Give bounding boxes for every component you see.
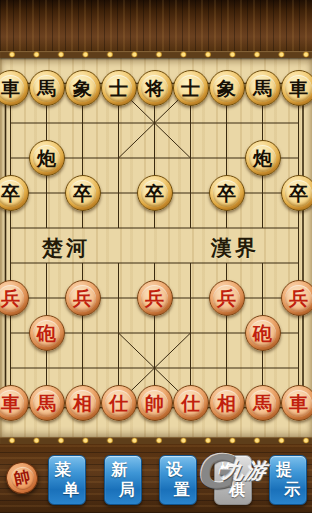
- piece-face: 兵: [0, 285, 24, 312]
- piece-glyph: 卒: [289, 184, 308, 203]
- button-label-char: 设: [166, 461, 182, 479]
- piece-face: 将: [141, 75, 168, 102]
- turn-indicator-face: 帥: [8, 464, 35, 491]
- piece-black-general[interactable]: 将: [137, 70, 173, 106]
- piece-face: 砲: [33, 320, 60, 347]
- piece-face: 兵: [213, 285, 240, 312]
- piece-face: 象: [213, 75, 240, 102]
- piece-glyph: 炮: [253, 149, 272, 168]
- piece-face: 兵: [69, 285, 96, 312]
- piece-glyph: 馬: [253, 79, 272, 98]
- piece-black-chariot[interactable]: 車: [281, 70, 313, 106]
- piece-face: 卒: [0, 180, 24, 207]
- piece-face: 卒: [213, 180, 240, 207]
- piece-face: 帥: [141, 390, 168, 417]
- menu-button[interactable]: 菜单: [48, 455, 86, 505]
- piece-red-general[interactable]: 帥: [137, 385, 173, 421]
- piece-red-chariot[interactable]: 車: [281, 385, 313, 421]
- button-label-char: 棋: [229, 481, 245, 499]
- piece-glyph: 士: [181, 79, 200, 98]
- piece-black-elephant[interactable]: 象: [65, 70, 101, 106]
- piece-glyph: 士: [109, 79, 128, 98]
- piece-face: 馬: [249, 390, 276, 417]
- piece-red-advisor[interactable]: 仕: [101, 385, 137, 421]
- piece-glyph: 象: [73, 79, 92, 98]
- piece-glyph: 卒: [73, 184, 92, 203]
- top-wood-frame: [0, 0, 312, 51]
- piece-red-cannon[interactable]: 砲: [29, 315, 65, 351]
- button-label-char: 局: [119, 481, 135, 499]
- piece-black-horse[interactable]: 馬: [29, 70, 65, 106]
- piece-face: 卒: [69, 180, 96, 207]
- piece-glyph: 炮: [37, 149, 56, 168]
- piece-black-soldier[interactable]: 卒: [209, 175, 245, 211]
- piece-face: 卒: [141, 180, 168, 207]
- piece-black-horse[interactable]: 馬: [245, 70, 281, 106]
- piece-glyph: 車: [289, 394, 308, 413]
- piece-face: 車: [0, 75, 24, 102]
- piece-face: 馬: [33, 75, 60, 102]
- button-label-char: 菜: [55, 461, 71, 479]
- button-label-char: 单: [63, 481, 79, 499]
- piece-face: 炮: [249, 145, 276, 172]
- settings-button[interactable]: 设置: [159, 455, 197, 505]
- piece-glyph: 卒: [145, 184, 164, 203]
- piece-red-soldier[interactable]: 兵: [209, 280, 245, 316]
- piece-red-cannon[interactable]: 砲: [245, 315, 281, 351]
- piece-glyph: 砲: [37, 324, 56, 343]
- piece-face: 車: [285, 75, 312, 102]
- red-general-glyph: 帥: [13, 469, 32, 488]
- button-label-char: 提: [276, 461, 292, 479]
- piece-glyph: 相: [217, 394, 236, 413]
- piece-glyph: 仕: [109, 394, 128, 413]
- piece-red-elephant[interactable]: 相: [209, 385, 245, 421]
- piece-glyph: 兵: [145, 289, 164, 308]
- piece-red-advisor[interactable]: 仕: [173, 385, 209, 421]
- piece-face: 兵: [285, 285, 312, 312]
- piece-black-soldier[interactable]: 卒: [65, 175, 101, 211]
- piece-face: 炮: [33, 145, 60, 172]
- bottom-stud-rail: [0, 437, 312, 444]
- piece-glyph: 相: [73, 394, 92, 413]
- piece-red-horse[interactable]: 馬: [245, 385, 281, 421]
- button-label-char: 新: [111, 461, 127, 479]
- hint-button[interactable]: 提示: [269, 455, 307, 505]
- new-game-button[interactable]: 新局: [104, 455, 142, 505]
- piece-red-soldier[interactable]: 兵: [65, 280, 101, 316]
- undo-button[interactable]: 悔棋: [214, 455, 252, 505]
- piece-face: 兵: [141, 285, 168, 312]
- piece-face: 砲: [249, 320, 276, 347]
- piece-red-soldier[interactable]: 兵: [0, 280, 29, 316]
- button-label-char: 悔: [221, 461, 237, 479]
- piece-black-cannon[interactable]: 炮: [29, 140, 65, 176]
- piece-face: 相: [69, 390, 96, 417]
- piece-glyph: 砲: [253, 324, 272, 343]
- piece-glyph: 車: [1, 394, 20, 413]
- piece-red-chariot[interactable]: 車: [0, 385, 29, 421]
- piece-red-soldier[interactable]: 兵: [137, 280, 173, 316]
- piece-glyph: 兵: [1, 289, 20, 308]
- piece-face: 仕: [177, 390, 204, 417]
- xiangqi-app-screen: 楚河 漢界 車馬象士将士象馬車炮炮卒卒卒卒卒兵兵兵兵兵砲砲車馬相仕帥仕相馬車 帥…: [0, 0, 312, 513]
- piece-face: 士: [177, 75, 204, 102]
- piece-glyph: 馬: [253, 394, 272, 413]
- piece-glyph: 車: [1, 79, 20, 98]
- piece-face: 相: [213, 390, 240, 417]
- piece-glyph: 卒: [1, 184, 20, 203]
- piece-glyph: 馬: [37, 394, 56, 413]
- piece-glyph: 兵: [289, 289, 308, 308]
- piece-glyph: 仕: [181, 394, 200, 413]
- piece-glyph: 象: [217, 79, 236, 98]
- piece-black-soldier[interactable]: 卒: [281, 175, 313, 211]
- bottom-wood-frame: [0, 444, 312, 513]
- piece-black-soldier[interactable]: 卒: [0, 175, 29, 211]
- piece-black-chariot[interactable]: 車: [0, 70, 29, 106]
- piece-face: 車: [0, 390, 24, 417]
- top-stud-rail: [0, 51, 312, 58]
- button-label-char: 置: [174, 481, 190, 499]
- piece-black-advisor[interactable]: 士: [173, 70, 209, 106]
- piece-face: 卒: [285, 180, 312, 207]
- piece-red-elephant[interactable]: 相: [65, 385, 101, 421]
- piece-face: 仕: [105, 390, 132, 417]
- piece-black-elephant[interactable]: 象: [209, 70, 245, 106]
- piece-glyph: 卒: [217, 184, 236, 203]
- piece-face: 象: [69, 75, 96, 102]
- piece-red-soldier[interactable]: 兵: [281, 280, 313, 316]
- piece-glyph: 兵: [217, 289, 236, 308]
- piece-face: 車: [285, 390, 312, 417]
- button-label-char: 示: [284, 481, 300, 499]
- piece-face: 士: [105, 75, 132, 102]
- piece-glyph: 兵: [73, 289, 92, 308]
- piece-black-advisor[interactable]: 士: [101, 70, 137, 106]
- piece-glyph: 将: [145, 79, 164, 98]
- piece-glyph: 帥: [145, 394, 164, 413]
- xiangqi-board[interactable]: 車馬象士将士象馬車炮炮卒卒卒卒卒兵兵兵兵兵砲砲車馬相仕帥仕相馬車: [0, 71, 312, 421]
- piece-face: 馬: [249, 75, 276, 102]
- piece-red-horse[interactable]: 馬: [29, 385, 65, 421]
- piece-glyph: 車: [289, 79, 308, 98]
- piece-black-cannon[interactable]: 炮: [245, 140, 281, 176]
- piece-face: 馬: [33, 390, 60, 417]
- piece-black-soldier[interactable]: 卒: [137, 175, 173, 211]
- piece-glyph: 馬: [37, 79, 56, 98]
